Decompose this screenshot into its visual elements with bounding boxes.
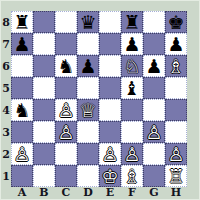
black-rook-piece: ♜ [13,11,30,33]
white-pawn-piece: ♙ [167,143,184,165]
square-f7[interactable]: ♟ [121,33,143,55]
square-d2[interactable] [77,143,99,165]
file-label-h: H [165,187,187,200]
rank-label-3: 3 [0,121,11,143]
chess-board: ♜♛♜♚♟♟♟♞♟♘♟♗♝♞♙♕♙♙♙♙♙♙♔♗♖ [11,11,187,187]
black-pawn-piece: ♟ [145,55,162,77]
square-e3[interactable] [99,121,121,143]
square-c8[interactable] [55,11,77,33]
black-knight-piece: ♞ [57,55,74,77]
square-h7[interactable]: ♟ [165,33,187,55]
white-pawn-piece: ♙ [57,99,74,121]
square-h6[interactable]: ♗ [165,55,187,77]
square-f5[interactable]: ♝ [121,77,143,99]
black-pawn-piece: ♟ [123,33,140,55]
square-f3[interactable] [121,121,143,143]
square-g2[interactable] [143,143,165,165]
square-a1[interactable] [11,165,33,187]
white-bishop-piece: ♗ [123,165,140,187]
square-d4[interactable]: ♕ [77,99,99,121]
chess-gui-window: 87654321 ♜♛♜♚♟♟♟♞♟♘♟♗♝♞♙♕♙♙♙♙♙♙♔♗♖ ABCDE… [0,0,200,200]
square-e7[interactable] [99,33,121,55]
file-label-d: D [77,187,99,200]
square-e8[interactable] [99,11,121,33]
square-e2[interactable]: ♙ [99,143,121,165]
file-label-g: G [143,187,165,200]
square-a7[interactable]: ♟ [11,33,33,55]
square-g3[interactable]: ♙ [143,121,165,143]
file-labels: ABCDEFGH [11,187,187,200]
square-c5[interactable] [55,77,77,99]
rank-labels: 87654321 [0,11,11,187]
square-b1[interactable] [33,165,55,187]
square-a3[interactable] [11,121,33,143]
rank-label-7: 7 [0,33,11,55]
square-d7[interactable] [77,33,99,55]
white-pawn-piece: ♙ [13,143,30,165]
square-b6[interactable] [33,55,55,77]
square-d3[interactable] [77,121,99,143]
square-e1[interactable]: ♔ [99,165,121,187]
white-pawn-piece: ♙ [123,143,140,165]
white-king-piece: ♔ [101,165,118,187]
square-f1[interactable]: ♗ [121,165,143,187]
square-b3[interactable] [33,121,55,143]
square-h1[interactable]: ♖ [165,165,187,187]
square-d8[interactable]: ♛ [77,11,99,33]
square-g7[interactable] [143,33,165,55]
rank-label-1: 1 [0,165,11,187]
square-f8[interactable]: ♜ [121,11,143,33]
rank-label-8: 8 [0,11,11,33]
square-g5[interactable] [143,77,165,99]
square-b4[interactable] [33,99,55,121]
square-h2[interactable]: ♙ [165,143,187,165]
square-g8[interactable] [143,11,165,33]
square-g6[interactable]: ♟ [143,55,165,77]
file-label-a: A [11,187,33,200]
square-f2[interactable]: ♙ [121,143,143,165]
square-a6[interactable] [11,55,33,77]
square-b7[interactable] [33,33,55,55]
black-pawn-piece: ♟ [13,33,30,55]
black-pawn-piece: ♟ [79,55,96,77]
square-d6[interactable]: ♟ [77,55,99,77]
rank-label-4: 4 [0,99,11,121]
square-f6[interactable]: ♘ [121,55,143,77]
square-c4[interactable]: ♙ [55,99,77,121]
square-d1[interactable] [77,165,99,187]
square-b5[interactable] [33,77,55,99]
square-e4[interactable] [99,99,121,121]
square-a8[interactable]: ♜ [11,11,33,33]
black-pawn-piece: ♟ [167,33,184,55]
square-g1[interactable] [143,165,165,187]
square-h4[interactable] [165,99,187,121]
white-rook-piece: ♖ [167,165,184,187]
square-h8[interactable]: ♚ [165,11,187,33]
rank-label-2: 2 [0,143,11,165]
square-a5[interactable] [11,77,33,99]
square-c7[interactable] [55,33,77,55]
square-c2[interactable] [55,143,77,165]
square-g4[interactable] [143,99,165,121]
square-a4[interactable]: ♞ [11,99,33,121]
black-rook-piece: ♜ [123,11,140,33]
rank-label-6: 6 [0,55,11,77]
file-label-c: C [55,187,77,200]
white-pawn-piece: ♙ [101,143,118,165]
file-label-e: E [99,187,121,200]
square-a2[interactable]: ♙ [11,143,33,165]
black-queen-piece: ♛ [79,11,96,33]
square-d5[interactable] [77,77,99,99]
square-c3[interactable]: ♙ [55,121,77,143]
square-f4[interactable] [121,99,143,121]
black-bishop-piece: ♝ [123,77,140,99]
square-c6[interactable]: ♞ [55,55,77,77]
square-b2[interactable] [33,143,55,165]
square-e5[interactable] [99,77,121,99]
square-e6[interactable] [99,55,121,77]
white-knight-piece: ♘ [123,55,140,77]
white-pawn-piece: ♙ [145,121,162,143]
white-queen-piece: ♕ [79,99,96,121]
square-h3[interactable] [165,121,187,143]
black-king-piece: ♚ [167,11,184,33]
black-knight-piece: ♞ [13,99,30,121]
file-label-b: B [33,187,55,200]
rank-label-5: 5 [0,77,11,99]
square-h5[interactable] [165,77,187,99]
file-label-f: F [121,187,143,200]
white-bishop-piece: ♗ [167,55,184,77]
square-c1[interactable] [55,165,77,187]
square-b8[interactable] [33,11,55,33]
white-pawn-piece: ♙ [57,121,74,143]
